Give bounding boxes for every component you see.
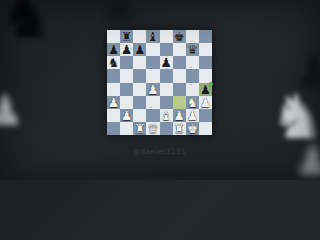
square-f5[interactable] [173,69,186,82]
square-c5[interactable] [133,69,146,82]
piece-white-pawn[interactable]: ♟ [173,109,186,122]
square-e7[interactable] [160,43,173,56]
square-h2[interactable] [199,109,212,122]
square-b7[interactable]: ♟ [120,43,133,56]
square-g4[interactable] [186,83,199,96]
square-f2[interactable]: ♟ [173,109,186,122]
square-a3[interactable]: ♟ [107,96,120,109]
square-h6[interactable] [199,56,212,69]
square-g5[interactable] [186,69,199,82]
piece-black-knight[interactable]: ♞ [107,56,120,69]
piece-black-bishop[interactable]: ♝ [146,30,159,43]
piece-white-king[interactable]: ♚ [186,122,199,135]
bg-white-pawn-left-icon: ♟ [0,90,24,132]
square-d1[interactable]: ♛ [146,122,159,135]
square-e4[interactable] [160,83,173,96]
square-h3[interactable]: ♟ [199,96,212,109]
piece-black-king[interactable]: ♚ [173,30,186,43]
square-e5[interactable] [160,69,173,82]
piece-white-knight[interactable]: ♞ [186,96,199,109]
square-e2[interactable]: ♝ [160,109,173,122]
chess-board: ♜♝♚♟♟♟♛♞♟♟♟♟♞♟♟♝♟♟♜♛♜♚ [107,30,212,135]
square-g6[interactable] [186,56,199,69]
square-g3[interactable]: ♞ [186,96,199,109]
square-h4[interactable]: ♟ [199,83,212,96]
square-a8[interactable] [107,30,120,43]
square-e8[interactable] [160,30,173,43]
square-d2[interactable] [146,109,159,122]
square-f4[interactable] [173,83,186,96]
square-b8[interactable]: ♜ [120,30,133,43]
square-h5[interactable] [199,69,212,82]
piece-white-bishop[interactable]: ♝ [160,109,173,122]
square-d6[interactable] [146,56,159,69]
square-d8[interactable]: ♝ [146,30,159,43]
square-f8[interactable]: ♚ [173,30,186,43]
square-a6[interactable]: ♞ [107,56,120,69]
square-c4[interactable] [133,83,146,96]
square-a2[interactable] [107,109,120,122]
bg-dark-blob-top-icon: ♟ [98,0,139,26]
bg-light-blob-bottom-right-icon: ♟ [294,140,320,180]
square-b5[interactable] [120,69,133,82]
piece-white-queen[interactable]: ♛ [146,122,159,135]
square-c3[interactable] [133,96,146,109]
square-g1[interactable]: ♚ [186,122,199,135]
bg-black-knight-top-left-icon: ♞ [0,0,54,46]
piece-white-pawn[interactable]: ♟ [186,109,199,122]
piece-black-pawn[interactable]: ♟ [160,56,173,69]
square-f3[interactable] [173,96,186,109]
square-c7[interactable]: ♟ [133,43,146,56]
piece-white-pawn[interactable]: ♟ [146,83,159,96]
square-g8[interactable] [186,30,199,43]
square-c1[interactable]: ♜ [133,122,146,135]
piece-white-pawn[interactable]: ♟ [120,109,133,122]
square-d3[interactable] [146,96,159,109]
square-b6[interactable] [120,56,133,69]
square-a4[interactable] [107,83,120,96]
square-e6[interactable]: ♟ [160,56,173,69]
square-h1[interactable] [199,122,212,135]
square-f1[interactable]: ♜ [173,122,186,135]
square-a1[interactable] [107,122,120,135]
square-h8[interactable] [199,30,212,43]
piece-white-pawn[interactable]: ♟ [107,96,120,109]
square-a7[interactable]: ♟ [107,43,120,56]
square-f7[interactable] [173,43,186,56]
square-c8[interactable] [133,30,146,43]
piece-black-pawn[interactable]: ♟ [107,43,120,56]
piece-black-pawn[interactable]: ♟ [133,43,146,56]
piece-white-rook[interactable]: ♜ [133,122,146,135]
square-e3[interactable] [160,96,173,109]
piece-white-pawn[interactable]: ♟ [199,96,212,109]
piece-black-pawn[interactable]: ♟ [120,43,133,56]
square-f6[interactable] [173,56,186,69]
piece-black-queen[interactable]: ♛ [186,43,199,56]
square-e1[interactable] [160,122,173,135]
square-d5[interactable] [146,69,159,82]
square-a5[interactable] [107,69,120,82]
square-d7[interactable] [146,43,159,56]
square-b4[interactable] [120,83,133,96]
video-frame: ♞♟♟♞♟♟ ♜♝♚♟♟♟♛♞♟♟♟♟♞♟♟♝♟♟♜♛♜♚ @daniel313… [0,0,320,180]
watermark: @daniel3131 [102,147,217,156]
piece-black-rook[interactable]: ♜ [120,30,133,43]
square-d4[interactable]: ♟ [146,83,159,96]
move-indicator-dot [209,82,214,87]
square-b2[interactable]: ♟ [120,109,133,122]
square-c6[interactable] [133,56,146,69]
square-g2[interactable]: ♟ [186,109,199,122]
square-g7[interactable]: ♛ [186,43,199,56]
square-b3[interactable] [120,96,133,109]
square-b1[interactable] [120,122,133,135]
piece-white-rook[interactable]: ♜ [173,122,186,135]
square-h7[interactable] [199,43,212,56]
square-c2[interactable] [133,109,146,122]
